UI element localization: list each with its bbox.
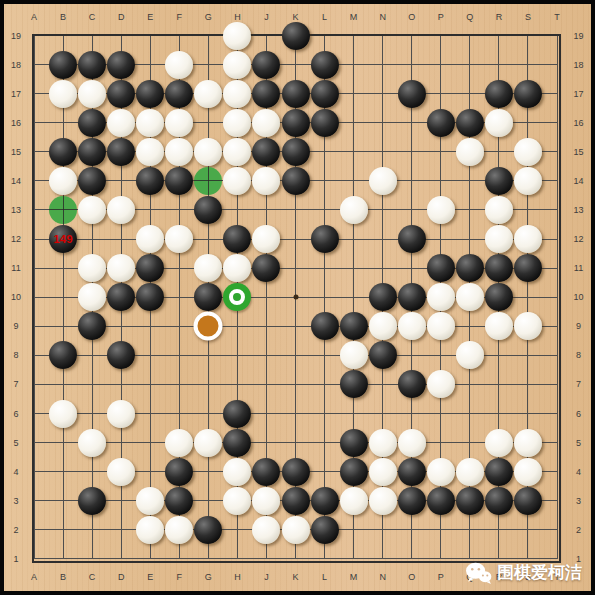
row-label-left: 17 (11, 89, 21, 99)
marker-green-ring-H10[interactable] (223, 283, 251, 311)
column-label-bottom: J (264, 572, 269, 582)
stone-S4 (514, 458, 542, 486)
stone-C3 (78, 487, 106, 515)
column-label-top: D (118, 12, 125, 22)
column-label-top: H (234, 12, 241, 22)
stone-N3 (369, 487, 397, 515)
stone-O12 (398, 225, 426, 253)
stone-H18 (223, 51, 251, 79)
stone-N4 (369, 458, 397, 486)
watermark: 围棋爱柯洁 (465, 561, 582, 584)
star-point (293, 295, 298, 300)
row-label-right: 15 (573, 147, 583, 157)
stone-K14 (282, 167, 310, 195)
stone-P16 (427, 109, 455, 137)
stone-L3 (311, 487, 339, 515)
stone-B18 (49, 51, 77, 79)
column-label-top: B (60, 12, 66, 22)
stone-J17 (252, 80, 280, 108)
stone-P11 (427, 254, 455, 282)
stone-M7 (340, 370, 368, 398)
stone-C16 (78, 109, 106, 137)
stone-K3 (282, 487, 310, 515)
stone-J16 (252, 109, 280, 137)
stone-R10 (485, 283, 513, 311)
column-label-bottom: H (234, 572, 241, 582)
row-label-left: 6 (13, 409, 18, 419)
row-label-left: 11 (11, 263, 20, 273)
stone-R17 (485, 80, 513, 108)
column-label-top: S (525, 12, 531, 22)
stone-J11 (252, 254, 280, 282)
stone-K17 (282, 80, 310, 108)
stone-B17 (49, 80, 77, 108)
row-label-right: 12 (573, 234, 583, 244)
stone-M3 (340, 487, 368, 515)
stone-K19 (282, 22, 310, 50)
stone-R9 (485, 312, 513, 340)
row-label-right: 5 (576, 438, 581, 448)
column-label-top: L (322, 12, 327, 22)
stone-E10 (136, 283, 164, 311)
row-label-left: 16 (11, 118, 21, 128)
row-label-left: 1 (13, 554, 18, 564)
stone-D11 (107, 254, 135, 282)
stone-O4 (398, 458, 426, 486)
stone-E16 (136, 109, 164, 137)
stone-B12: 149 (49, 225, 77, 253)
stone-J4 (252, 458, 280, 486)
stone-R13 (485, 196, 513, 224)
stone-C13 (78, 196, 106, 224)
column-label-bottom: P (438, 572, 444, 582)
stone-R14 (485, 167, 513, 195)
stone-F16 (165, 109, 193, 137)
stone-E17 (136, 80, 164, 108)
stone-S9 (514, 312, 542, 340)
stone-J18 (252, 51, 280, 79)
row-label-right: 14 (573, 176, 583, 186)
stone-E2 (136, 516, 164, 544)
column-label-top: A (31, 12, 37, 22)
stone-G2 (194, 516, 222, 544)
stone-G10 (194, 283, 222, 311)
row-label-left: 10 (11, 292, 21, 302)
column-label-top: Q (466, 12, 473, 22)
watermark-text: 围棋爱柯洁 (497, 561, 582, 584)
stone-D15 (107, 138, 135, 166)
stone-J3 (252, 487, 280, 515)
stone-E11 (136, 254, 164, 282)
column-label-top: J (264, 12, 269, 22)
stone-P4 (427, 458, 455, 486)
white-circle-glyph (229, 289, 245, 305)
stone-B15 (49, 138, 77, 166)
stone-O9 (398, 312, 426, 340)
stone-K15 (282, 138, 310, 166)
row-label-right: 18 (573, 60, 583, 70)
row-label-right: 16 (573, 118, 583, 128)
stone-F17 (165, 80, 193, 108)
column-label-bottom: G (205, 572, 212, 582)
stone-K4 (282, 458, 310, 486)
row-label-left: 3 (13, 496, 18, 506)
stone-F5 (165, 429, 193, 457)
stone-G11 (194, 254, 222, 282)
stone-H12 (223, 225, 251, 253)
row-label-left: 9 (13, 321, 18, 331)
row-label-right: 10 (573, 292, 583, 302)
stone-F2 (165, 516, 193, 544)
stone-L18 (311, 51, 339, 79)
stone-G13 (194, 196, 222, 224)
stone-C18 (78, 51, 106, 79)
stone-D13 (107, 196, 135, 224)
column-label-top: G (205, 12, 212, 22)
stone-J14 (252, 167, 280, 195)
stone-M9 (340, 312, 368, 340)
stone-D10 (107, 283, 135, 311)
column-label-bottom: O (408, 572, 415, 582)
stone-N9 (369, 312, 397, 340)
column-label-bottom: L (322, 572, 327, 582)
row-label-right: 3 (576, 496, 581, 506)
stone-G15 (194, 138, 222, 166)
stone-P13 (427, 196, 455, 224)
row-label-right: 17 (573, 89, 583, 99)
stone-P7 (427, 370, 455, 398)
stone-H14 (223, 167, 251, 195)
stone-Q15 (456, 138, 484, 166)
column-label-top: K (292, 12, 298, 22)
row-label-left: 14 (11, 176, 21, 186)
stone-Q3 (456, 487, 484, 515)
column-label-bottom: N (379, 572, 386, 582)
column-label-bottom: D (118, 572, 125, 582)
stone-B14 (49, 167, 77, 195)
stone-S17 (514, 80, 542, 108)
column-label-top: E (147, 12, 153, 22)
stone-H16 (223, 109, 251, 137)
stone-C17 (78, 80, 106, 108)
stone-E14 (136, 167, 164, 195)
stone-L16 (311, 109, 339, 137)
stone-H6 (223, 400, 251, 428)
row-label-right: 8 (576, 350, 581, 360)
stone-R5 (485, 429, 513, 457)
marker-orange-ring-G9[interactable] (194, 312, 223, 341)
stone-O5 (398, 429, 426, 457)
stone-O7 (398, 370, 426, 398)
row-label-left: 7 (13, 379, 18, 389)
stone-L9 (311, 312, 339, 340)
stone-N10 (369, 283, 397, 311)
row-label-left: 13 (11, 205, 21, 215)
column-label-top: O (408, 12, 415, 22)
stone-P9 (427, 312, 455, 340)
stone-M5 (340, 429, 368, 457)
stone-C10 (78, 283, 106, 311)
row-label-right: 13 (573, 205, 583, 215)
stone-R12 (485, 225, 513, 253)
stone-L2 (311, 516, 339, 544)
stone-H3 (223, 487, 251, 515)
stone-C15 (78, 138, 106, 166)
stone-R4 (485, 458, 513, 486)
stone-S5 (514, 429, 542, 457)
stone-K16 (282, 109, 310, 137)
column-label-top: C (89, 12, 96, 22)
stone-H4 (223, 458, 251, 486)
stone-R16 (485, 109, 513, 137)
row-label-right: 2 (576, 525, 581, 535)
stone-P10 (427, 283, 455, 311)
stone-S11 (514, 254, 542, 282)
row-label-left: 8 (13, 350, 18, 360)
stone-O3 (398, 487, 426, 515)
stone-O10 (398, 283, 426, 311)
stone-Q16 (456, 109, 484, 137)
stone-F18 (165, 51, 193, 79)
row-label-left: 12 (11, 234, 21, 244)
stone-G5 (194, 429, 222, 457)
go-board[interactable]: AABBCCDDEEFFGGHHJJKKLLMMNNOOPPQQRRSSTT19… (0, 0, 595, 595)
stone-C5 (78, 429, 106, 457)
row-label-left: 15 (11, 147, 21, 157)
stone-F3 (165, 487, 193, 515)
row-label-left: 18 (11, 60, 21, 70)
stone-M13 (340, 196, 368, 224)
stone-N14 (369, 167, 397, 195)
go-app-screenshot: AABBCCDDEEFFGGHHJJKKLLMMNNOOPPQQRRSSTT19… (0, 0, 595, 595)
stone-D17 (107, 80, 135, 108)
stone-S15 (514, 138, 542, 166)
stone-B6 (49, 400, 77, 428)
stone-H5 (223, 429, 251, 457)
column-label-top: N (379, 12, 386, 22)
stone-J2 (252, 516, 280, 544)
stone-C14 (78, 167, 106, 195)
stone-H15 (223, 138, 251, 166)
stone-R11 (485, 254, 513, 282)
row-label-right: 7 (576, 379, 581, 389)
stone-C11 (78, 254, 106, 282)
stone-C9 (78, 312, 106, 340)
stone-H11 (223, 254, 251, 282)
stone-F4 (165, 458, 193, 486)
stone-Q10 (456, 283, 484, 311)
stone-Q11 (456, 254, 484, 282)
stone-E3 (136, 487, 164, 515)
column-label-bottom: F (177, 572, 183, 582)
stone-F14 (165, 167, 193, 195)
stone-E15 (136, 138, 164, 166)
column-label-bottom: A (31, 572, 37, 582)
row-label-left: 4 (13, 467, 18, 477)
row-label-right: 4 (576, 467, 581, 477)
stone-D4 (107, 458, 135, 486)
stone-B8 (49, 341, 77, 369)
stone-F12 (165, 225, 193, 253)
column-label-top: M (350, 12, 358, 22)
stone-H17 (223, 80, 251, 108)
row-label-right: 9 (576, 321, 581, 331)
stone-R3 (485, 487, 513, 515)
stone-E12 (136, 225, 164, 253)
stone-G17 (194, 80, 222, 108)
last-move-number: 149 (49, 225, 77, 253)
stone-F15 (165, 138, 193, 166)
row-label-right: 6 (576, 409, 581, 419)
row-label-left: 19 (11, 31, 21, 41)
stone-M4 (340, 458, 368, 486)
stone-L17 (311, 80, 339, 108)
stone-O17 (398, 80, 426, 108)
stone-M8 (340, 341, 368, 369)
stone-D18 (107, 51, 135, 79)
marker-solid-green-B13[interactable] (49, 196, 77, 224)
row-label-left: 5 (13, 438, 18, 448)
column-label-bottom: K (292, 572, 298, 582)
column-label-top: R (496, 12, 503, 22)
stone-S14 (514, 167, 542, 195)
stone-Q8 (456, 341, 484, 369)
stone-L12 (311, 225, 339, 253)
stone-Q4 (456, 458, 484, 486)
column-label-bottom: B (60, 572, 66, 582)
stone-S3 (514, 487, 542, 515)
column-label-top: F (177, 12, 183, 22)
stone-J15 (252, 138, 280, 166)
marker-solid-green-G14[interactable] (194, 167, 222, 195)
stone-K2 (282, 516, 310, 544)
wechat-icon (465, 562, 492, 584)
stone-J12 (252, 225, 280, 253)
column-label-bottom: M (350, 572, 358, 582)
row-label-right: 11 (574, 263, 583, 273)
row-label-left: 2 (13, 525, 18, 535)
stone-N5 (369, 429, 397, 457)
row-label-right: 19 (573, 31, 583, 41)
stone-D8 (107, 341, 135, 369)
column-label-bottom: E (147, 572, 153, 582)
column-label-top: T (554, 12, 560, 22)
column-label-bottom: C (89, 572, 96, 582)
stone-H19 (223, 22, 251, 50)
stone-D16 (107, 109, 135, 137)
stone-P3 (427, 487, 455, 515)
column-label-top: P (438, 12, 444, 22)
stone-N8 (369, 341, 397, 369)
stone-D6 (107, 400, 135, 428)
stone-S12 (514, 225, 542, 253)
